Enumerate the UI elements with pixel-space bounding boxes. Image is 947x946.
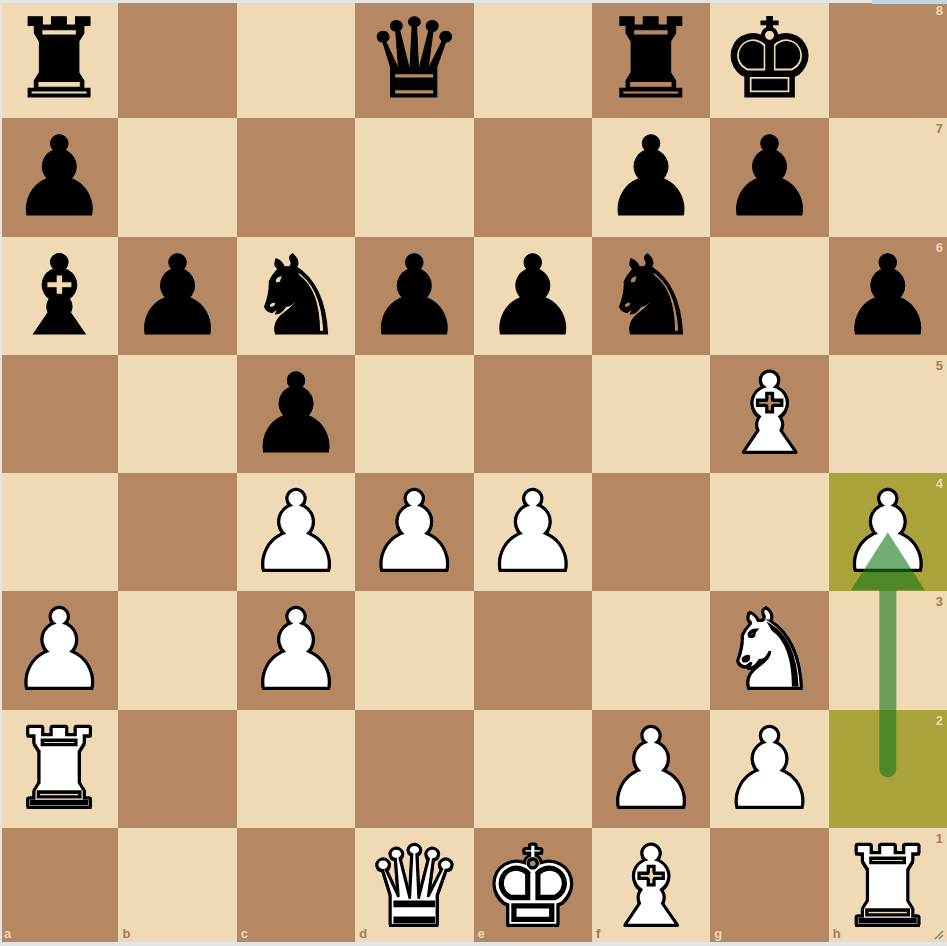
square-b3[interactable] <box>118 591 236 709</box>
square-b6[interactable]: ♟ <box>118 237 236 355</box>
square-d5[interactable] <box>355 355 473 473</box>
square-d8[interactable]: ♛ <box>355 0 473 118</box>
square-d1[interactable]: ♛d <box>355 828 473 946</box>
white-pawn-g2[interactable]: ♟ <box>710 710 828 828</box>
black-pawn-d6[interactable]: ♟ <box>355 237 473 355</box>
coord-file-c: c <box>241 927 248 940</box>
square-d4[interactable]: ♟ <box>355 473 473 591</box>
black-king-g8[interactable]: ♚ <box>710 0 828 118</box>
square-h7[interactable]: 7 <box>829 118 947 236</box>
black-rook-a8[interactable]: ♜ <box>0 0 118 118</box>
coord-rank-8: 8 <box>936 4 943 17</box>
square-g6[interactable] <box>710 237 828 355</box>
square-f6[interactable]: ♞ <box>592 237 710 355</box>
black-knight-c6[interactable]: ♞ <box>237 237 355 355</box>
square-g3[interactable]: ♞ <box>710 591 828 709</box>
white-queen-d1[interactable]: ♛ <box>355 828 473 946</box>
white-pawn-e4[interactable]: ♟ <box>474 473 592 591</box>
square-h2[interactable]: 2 <box>829 710 947 828</box>
white-bishop-g5[interactable]: ♝ <box>710 355 828 473</box>
square-c6[interactable]: ♞ <box>237 237 355 355</box>
square-b8[interactable] <box>118 0 236 118</box>
square-e4[interactable]: ♟ <box>474 473 592 591</box>
coord-rank-5: 5 <box>936 359 943 372</box>
square-b4[interactable] <box>118 473 236 591</box>
square-g5[interactable]: ♝ <box>710 355 828 473</box>
square-b7[interactable] <box>118 118 236 236</box>
square-a1[interactable]: a <box>0 828 118 946</box>
black-knight-f6[interactable]: ♞ <box>592 237 710 355</box>
black-pawn-g7[interactable]: ♟ <box>710 118 828 236</box>
white-king-e1[interactable]: ♚ <box>474 828 592 946</box>
square-g8[interactable]: ♚ <box>710 0 828 118</box>
square-f4[interactable] <box>592 473 710 591</box>
square-h6[interactable]: ♟6 <box>829 237 947 355</box>
square-c7[interactable] <box>237 118 355 236</box>
square-c3[interactable]: ♟ <box>237 591 355 709</box>
black-bishop-a6[interactable]: ♝ <box>0 237 118 355</box>
window-edge-left <box>0 0 2 946</box>
black-pawn-h6[interactable]: ♟ <box>829 237 947 355</box>
square-b1[interactable]: b <box>118 828 236 946</box>
square-b2[interactable] <box>118 710 236 828</box>
white-rook-h1[interactable]: ♜ <box>829 828 947 946</box>
window-edge-bottom <box>0 942 947 946</box>
square-e3[interactable] <box>474 591 592 709</box>
square-a6[interactable]: ♝ <box>0 237 118 355</box>
black-pawn-b6[interactable]: ♟ <box>118 237 236 355</box>
board-resize-handle-icon[interactable] <box>932 928 944 940</box>
white-pawn-c4[interactable]: ♟ <box>237 473 355 591</box>
coord-rank-3: 3 <box>936 595 943 608</box>
square-a3[interactable]: ♟ <box>0 591 118 709</box>
window-edge-top <box>0 0 947 3</box>
square-a4[interactable] <box>0 473 118 591</box>
square-d7[interactable] <box>355 118 473 236</box>
coord-file-b: b <box>122 927 130 940</box>
square-e5[interactable] <box>474 355 592 473</box>
coord-rank-7: 7 <box>936 122 943 135</box>
white-knight-g3[interactable]: ♞ <box>710 591 828 709</box>
white-rook-a2[interactable]: ♜ <box>0 710 118 828</box>
chess-board: ♜♛♜♚8♟♟♟7♝♟♞♟♟♞♟6♟♝5♟♟♟♟4♟♟♞3♜♟♟2abc♛d♚e… <box>0 0 947 946</box>
square-c4[interactable]: ♟ <box>237 473 355 591</box>
scrollbar-accent <box>872 0 947 4</box>
square-a7[interactable]: ♟ <box>0 118 118 236</box>
coord-rank-2: 2 <box>936 714 943 727</box>
square-h1[interactable]: ♜1h <box>829 828 947 946</box>
square-e1[interactable]: ♚e <box>474 828 592 946</box>
square-h3[interactable]: 3 <box>829 591 947 709</box>
square-g4[interactable] <box>710 473 828 591</box>
square-c1[interactable]: c <box>237 828 355 946</box>
square-c5[interactable]: ♟ <box>237 355 355 473</box>
square-a5[interactable] <box>0 355 118 473</box>
square-g2[interactable]: ♟ <box>710 710 828 828</box>
black-pawn-e6[interactable]: ♟ <box>474 237 592 355</box>
square-d3[interactable] <box>355 591 473 709</box>
coord-file-g: g <box>714 927 722 940</box>
black-pawn-c5[interactable]: ♟ <box>237 355 355 473</box>
white-bishop-f1[interactable]: ♝ <box>592 828 710 946</box>
black-queen-d8[interactable]: ♛ <box>355 0 473 118</box>
square-d6[interactable]: ♟ <box>355 237 473 355</box>
square-a8[interactable]: ♜ <box>0 0 118 118</box>
white-pawn-f2[interactable]: ♟ <box>592 710 710 828</box>
square-f1[interactable]: ♝f <box>592 828 710 946</box>
square-f3[interactable] <box>592 591 710 709</box>
square-f2[interactable]: ♟ <box>592 710 710 828</box>
black-pawn-f7[interactable]: ♟ <box>592 118 710 236</box>
square-e8[interactable] <box>474 0 592 118</box>
square-e7[interactable] <box>474 118 592 236</box>
white-pawn-c3[interactable]: ♟ <box>237 591 355 709</box>
square-c2[interactable] <box>237 710 355 828</box>
square-d2[interactable] <box>355 710 473 828</box>
square-g7[interactable]: ♟ <box>710 118 828 236</box>
white-pawn-d4[interactable]: ♟ <box>355 473 473 591</box>
white-pawn-a3[interactable]: ♟ <box>0 591 118 709</box>
square-c8[interactable] <box>237 0 355 118</box>
square-a2[interactable]: ♜ <box>0 710 118 828</box>
square-h8[interactable]: 8 <box>829 0 947 118</box>
square-b5[interactable] <box>118 355 236 473</box>
square-f5[interactable] <box>592 355 710 473</box>
square-h4[interactable]: ♟4 <box>829 473 947 591</box>
square-e6[interactable]: ♟ <box>474 237 592 355</box>
square-e2[interactable] <box>474 710 592 828</box>
square-f8[interactable]: ♜ <box>592 0 710 118</box>
square-g1[interactable]: g <box>710 828 828 946</box>
black-rook-f8[interactable]: ♜ <box>592 0 710 118</box>
black-pawn-a7[interactable]: ♟ <box>0 118 118 236</box>
coord-file-a: a <box>4 927 11 940</box>
square-h5[interactable]: 5 <box>829 355 947 473</box>
square-f7[interactable]: ♟ <box>592 118 710 236</box>
chess-app: ♜♛♜♚8♟♟♟7♝♟♞♟♟♞♟6♟♝5♟♟♟♟4♟♟♞3♜♟♟2abc♛d♚e… <box>0 0 947 946</box>
white-pawn-h4[interactable]: ♟ <box>829 473 947 591</box>
